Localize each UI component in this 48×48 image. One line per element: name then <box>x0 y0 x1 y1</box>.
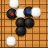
board-grid-vline <box>46 0 47 48</box>
screenshot <box>0 0 48 48</box>
board-grid-hline <box>0 47 48 48</box>
board-grid-vline <box>1 0 2 48</box>
black-stone-black-lower[interactable] <box>16 26 27 37</box>
white-stone-white-bottom[interactable] <box>6 36 17 47</box>
red-move-mark <box>10 12 14 16</box>
go-board[interactable] <box>0 0 48 48</box>
white-stone-white-right[interactable] <box>31 6 42 17</box>
